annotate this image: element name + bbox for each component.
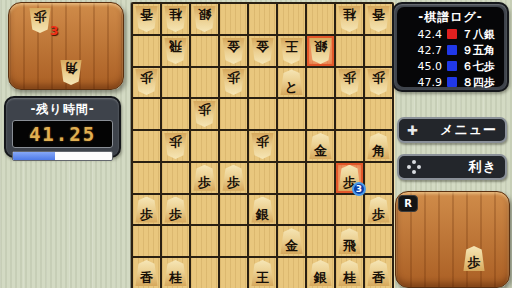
piece-歩-player[interactable]: 歩 — [222, 165, 245, 191]
player-color-chip — [447, 61, 457, 71]
square-r2-c6[interactable]: 王 — [278, 36, 305, 66]
move-text: ６七歩 — [462, 59, 500, 74]
piece-歩-opponent[interactable]: 歩 — [193, 101, 216, 127]
square-r8-c6[interactable]: 金 — [278, 226, 305, 256]
square-r2-c8[interactable] — [336, 36, 363, 66]
piece-歩-opponent[interactable]: 歩 — [29, 8, 51, 33]
square-r4-c7[interactable] — [307, 99, 334, 129]
square-r9-c5[interactable]: 王 — [249, 258, 276, 288]
piece-銀-player[interactable]: 銀 — [251, 197, 274, 223]
four-buttons-icon — [407, 160, 421, 174]
square-r4-c5[interactable] — [249, 99, 276, 129]
square-r3-c3[interactable] — [191, 68, 218, 98]
square-r6-c5[interactable] — [249, 163, 276, 193]
square-r6-c8[interactable]: 歩3 — [336, 163, 363, 193]
player-color-chip — [447, 29, 457, 39]
square-r6-c4[interactable]: 歩 — [220, 163, 247, 193]
square-r2-c4[interactable]: 金 — [220, 36, 247, 66]
square-r1-c4[interactable] — [220, 4, 247, 34]
square-r2-c1[interactable] — [133, 36, 160, 66]
square-r1-c7[interactable] — [307, 4, 334, 34]
square-r3-c5[interactable] — [249, 68, 276, 98]
piece-金-opponent[interactable]: 金 — [222, 38, 245, 64]
piece-歩-opponent[interactable]: 歩 — [135, 69, 158, 95]
square-r1-c9[interactable]: 香 — [365, 4, 392, 34]
square-r2-c2[interactable]: 飛 — [162, 36, 189, 66]
piece-と-player[interactable]: と — [280, 69, 303, 95]
square-r5-c8[interactable] — [336, 131, 363, 161]
timer-progress-bar — [12, 151, 113, 161]
menu-button-label: メニュー — [440, 121, 497, 139]
kiki-button[interactable]: 利き — [397, 154, 507, 180]
square-r1-c2[interactable]: 桂 — [162, 4, 189, 34]
kiki-button-label: 利き — [469, 158, 497, 176]
square-r9-c4[interactable] — [220, 258, 247, 288]
move-text: ９五角 — [462, 43, 500, 58]
piece-金-player[interactable]: 金 — [309, 133, 332, 159]
square-r5-c7[interactable]: 金 — [307, 131, 334, 161]
square-r1-c8[interactable]: 桂 — [336, 4, 363, 34]
square-r9-c2[interactable]: 桂 — [162, 258, 189, 288]
square-r7-c6[interactable] — [278, 195, 305, 225]
menu-button[interactable]: ✚ メニュー — [397, 117, 507, 143]
square-r3-c1[interactable]: 歩 — [133, 68, 160, 98]
square-r6-c1[interactable] — [133, 163, 160, 193]
piece-桂-player[interactable]: 桂 — [338, 260, 361, 286]
piece-歩-player[interactable]: 歩 — [463, 246, 485, 271]
square-r4-c4[interactable] — [220, 99, 247, 129]
square-r1-c5[interactable] — [249, 4, 276, 34]
square-r7-c3[interactable] — [191, 195, 218, 225]
move-log-inner: -棋譜ログ- 42.4７八銀42.7９五角45.0６七歩47.9８四歩 — [397, 7, 504, 87]
piece-王-opponent[interactable]: 王 — [280, 38, 303, 64]
square-r3-c8[interactable]: 歩 — [336, 68, 363, 98]
piece-香-player[interactable]: 香 — [367, 260, 390, 286]
move-log-entry: 45.0６七歩 — [401, 58, 500, 74]
square-r7-c1[interactable]: 歩 — [133, 195, 160, 225]
piece-香-opponent[interactable]: 香 — [135, 6, 158, 32]
square-r9-c9[interactable]: 香 — [365, 258, 392, 288]
piece-歩-opponent[interactable]: 歩 — [367, 69, 390, 95]
square-r7-c8[interactable] — [336, 195, 363, 225]
square-r6-c2[interactable] — [162, 163, 189, 193]
square-r9-c8[interactable]: 桂 — [336, 258, 363, 288]
square-r6-c7[interactable] — [307, 163, 334, 193]
shogi-board[interactable]: 香桂銀桂香飛金金王銀歩歩と歩歩歩歩歩金角歩歩歩3歩歩銀歩金飛香桂王銀桂香 — [131, 2, 394, 288]
square-r9-c6[interactable] — [278, 258, 305, 288]
timer-value: 41.25 — [29, 123, 96, 145]
piece-金-player[interactable]: 金 — [280, 228, 303, 254]
square-r4-c6[interactable] — [278, 99, 305, 129]
piece-歩-player[interactable]: 歩 — [135, 197, 158, 223]
piece-歩-opponent[interactable]: 歩 — [164, 133, 187, 159]
piece-香-player[interactable]: 香 — [135, 260, 158, 286]
square-r5-c9[interactable]: 角 — [365, 131, 392, 161]
piece-桂-opponent[interactable]: 桂 — [164, 6, 187, 32]
square-r6-c9[interactable] — [365, 163, 392, 193]
piece-歩-opponent[interactable]: 歩 — [222, 69, 245, 95]
piece-銀-opponent[interactable]: 銀 — [193, 6, 216, 32]
square-r5-c2[interactable]: 歩 — [162, 131, 189, 161]
piece-歩-player[interactable]: 歩 — [193, 165, 216, 191]
square-r8-c7[interactable] — [307, 226, 334, 256]
timer-panel: -残り時間- 41.25 — [4, 96, 121, 158]
move-time: 47.9 — [414, 76, 442, 89]
square-r5-c3[interactable] — [191, 131, 218, 161]
square-r2-c7[interactable]: 銀 — [307, 36, 334, 66]
move-log-list: 42.4７八銀42.7９五角45.0６七歩47.9８四歩 — [401, 26, 500, 90]
square-r8-c8[interactable]: 飛 — [336, 226, 363, 256]
move-log-entry: 42.4７八銀 — [401, 26, 500, 42]
square-r3-c4[interactable]: 歩 — [220, 68, 247, 98]
square-r7-c7[interactable] — [307, 195, 334, 225]
move-log-entry: 42.7９五角 — [401, 42, 500, 58]
piece-桂-opponent[interactable]: 桂 — [338, 6, 361, 32]
move-text: ８四歩 — [462, 75, 500, 90]
r-shoulder-button-icon[interactable]: R — [398, 195, 418, 212]
move-text: ７八銀 — [462, 27, 500, 42]
square-r4-c9[interactable] — [365, 99, 392, 129]
square-r2-c5[interactable]: 金 — [249, 36, 276, 66]
square-r4-c8[interactable] — [336, 99, 363, 129]
timer-progress-fill — [13, 152, 55, 160]
opponent-hand-tray: 歩3角 — [8, 2, 124, 90]
player-color-chip — [447, 45, 457, 55]
piece-銀-opponent[interactable]: 銀 — [309, 38, 332, 64]
square-r7-c5[interactable]: 銀 — [249, 195, 276, 225]
timer-display: 41.25 — [12, 120, 113, 148]
piece-王-player[interactable]: 王 — [251, 260, 274, 286]
square-r1-c6[interactable] — [278, 4, 305, 34]
piece-香-opponent[interactable]: 香 — [367, 6, 390, 32]
square-r3-c6[interactable]: と — [278, 68, 305, 98]
square-r9-c1[interactable]: 香 — [133, 258, 160, 288]
square-r1-c3[interactable]: 銀 — [191, 4, 218, 34]
square-r1-c1[interactable]: 香 — [133, 4, 160, 34]
square-r7-c2[interactable]: 歩 — [162, 195, 189, 225]
piece-歩-player[interactable]: 歩 — [367, 197, 390, 223]
square-r9-c3[interactable] — [191, 258, 218, 288]
piece-飛-player[interactable]: 飛 — [338, 228, 361, 254]
square-r5-c5[interactable]: 歩 — [249, 131, 276, 161]
square-r8-c5[interactable] — [249, 226, 276, 256]
move-time: 42.4 — [414, 28, 442, 41]
move-log-entry: 47.9８四歩 — [401, 74, 500, 90]
game-screen: 歩3角 -残り時間- 41.25 香桂銀桂香飛金金王銀歩歩と歩歩歩歩歩金角歩歩歩… — [0, 0, 512, 288]
square-r8-c9[interactable] — [365, 226, 392, 256]
square-r5-c1[interactable] — [133, 131, 160, 161]
square-r7-c9[interactable]: 歩 — [365, 195, 392, 225]
square-r8-c4[interactable] — [220, 226, 247, 256]
square-r5-c4[interactable] — [220, 131, 247, 161]
square-r4-c3[interactable]: 歩 — [191, 99, 218, 129]
move-time: 45.0 — [414, 60, 442, 73]
square-r4-c1[interactable] — [133, 99, 160, 129]
move-log-title: -棋譜ログ- — [401, 9, 500, 26]
move-time: 42.7 — [414, 44, 442, 57]
piece-飛-opponent[interactable]: 飛 — [164, 38, 187, 64]
square-r3-c7[interactable] — [307, 68, 334, 98]
player-hand-tray: R 歩 — [395, 191, 510, 288]
square-r8-c3[interactable] — [191, 226, 218, 256]
square-r3-c2[interactable] — [162, 68, 189, 98]
hand-piece-count: 3 — [50, 24, 58, 38]
piece-歩-opponent[interactable]: 歩 — [251, 133, 274, 159]
square-r2-c3[interactable] — [191, 36, 218, 66]
square-r5-c6[interactable] — [278, 131, 305, 161]
piece-金-opponent[interactable]: 金 — [251, 38, 274, 64]
square-r8-c1[interactable] — [133, 226, 160, 256]
plus-pad-icon: ✚ — [407, 123, 418, 138]
square-r2-c9[interactable] — [365, 36, 392, 66]
piece-歩-player[interactable]: 歩 — [164, 197, 187, 223]
piece-角-player[interactable]: 角 — [367, 133, 390, 159]
piece-銀-player[interactable]: 銀 — [309, 260, 332, 286]
timer-title: -残り時間- — [12, 101, 113, 118]
piece-桂-player[interactable]: 桂 — [164, 260, 187, 286]
move-log-panel: -棋譜ログ- 42.4７八銀42.7９五角45.0６七歩47.9８四歩 — [392, 2, 509, 92]
piece-角-opponent[interactable]: 角 — [60, 60, 82, 85]
player-color-chip — [447, 77, 457, 87]
square-r6-c3[interactable]: 歩 — [191, 163, 218, 193]
square-r7-c4[interactable] — [220, 195, 247, 225]
square-r3-c9[interactable]: 歩 — [365, 68, 392, 98]
square-r4-c2[interactable] — [162, 99, 189, 129]
square-r8-c2[interactable] — [162, 226, 189, 256]
square-r9-c7[interactable]: 銀 — [307, 258, 334, 288]
square-r6-c6[interactable] — [278, 163, 305, 193]
cooldown-badge: 3 — [352, 182, 366, 196]
piece-歩-opponent[interactable]: 歩 — [338, 69, 361, 95]
